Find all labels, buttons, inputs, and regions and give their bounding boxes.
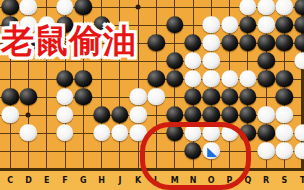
black-stone-Q8[interactable] [239,34,256,51]
white-stone-T3[interactable] [294,124,304,141]
black-stone-M9[interactable] [166,16,183,33]
coord-label-K: K [135,176,141,185]
black-stone-P4[interactable] [221,106,238,123]
white-stone-F4[interactable] [56,106,73,123]
white-stone-O8[interactable] [203,34,220,51]
black-stone-P8[interactable] [221,34,238,51]
black-stone-O5[interactable] [203,88,220,105]
coord-label-R: R [263,176,269,185]
white-stone-L5[interactable] [148,88,165,105]
black-stone-N5[interactable] [184,88,201,105]
black-stone-H4[interactable] [93,106,110,123]
coord-label-S: S [282,176,288,185]
black-stone-M6[interactable] [166,70,183,87]
black-stone-Q5[interactable] [239,88,256,105]
white-stone-O9[interactable] [203,16,220,33]
white-stone-O6[interactable] [203,70,220,87]
black-stone-S8[interactable] [276,34,293,51]
white-stone-R9[interactable] [257,16,274,33]
white-stone-S3[interactable] [276,124,293,141]
black-stone-R8[interactable] [257,34,274,51]
white-stone-P9[interactable] [221,16,238,33]
puzzle-title: 老鼠偷油 [1,19,137,64]
black-stone-N8[interactable] [184,34,201,51]
black-stone-G6[interactable] [75,70,92,87]
coord-label-E: E [44,176,49,185]
coord-label-T: T [300,176,304,185]
white-stone-J3[interactable] [111,124,128,141]
white-stone-T7[interactable] [294,52,304,69]
go-board-screenshot: CDEFGHJKLMNOPQRST 老鼠偷油 [0,0,304,190]
black-stone-T8[interactable] [294,34,304,51]
black-stone-T10[interactable] [294,0,304,16]
black-stone-L8[interactable] [148,34,165,51]
black-stone-R6[interactable] [257,70,274,87]
black-stone-R3[interactable] [257,124,274,141]
black-stone-Q9[interactable] [239,16,256,33]
white-stone-P6[interactable] [221,70,238,87]
white-stone-F5[interactable] [56,88,73,105]
coord-label-C: C [7,176,13,185]
black-stone-C5[interactable] [1,88,18,105]
white-stone-K4[interactable] [129,106,146,123]
coord-label-F: F [62,176,67,185]
white-stone-Q6[interactable] [239,70,256,87]
white-stone-S10[interactable] [276,0,293,16]
coord-label-J: J [118,176,121,185]
white-stone-O7[interactable] [203,52,220,69]
white-stone-R2[interactable] [257,142,274,159]
black-stone-L6[interactable] [148,70,165,87]
black-stone-G10[interactable] [75,0,92,16]
highlight-oval [140,122,251,190]
white-stone-S2[interactable] [276,142,293,159]
black-stone-S5[interactable] [276,88,293,105]
white-stone-F3[interactable] [56,124,73,141]
white-stone-D3[interactable] [20,124,37,141]
star-point-D4 [26,113,31,118]
black-stone-M7[interactable] [166,52,183,69]
white-stone-Q10[interactable] [239,0,256,16]
star-point-K10 [136,5,141,10]
black-stone-J4[interactable] [111,106,128,123]
black-stone-D5[interactable] [20,88,37,105]
black-stone-F6[interactable] [56,70,73,87]
white-stone-H3[interactable] [93,124,110,141]
white-stone-F10[interactable] [56,0,73,16]
white-stone-K5[interactable] [129,88,146,105]
black-stone-G5[interactable] [75,88,92,105]
coord-label-H: H [98,176,105,185]
white-stone-T2[interactable] [294,142,304,159]
black-stone-S6[interactable] [276,70,293,87]
coord-label-D: D [25,176,32,185]
white-stone-N7[interactable] [184,52,201,69]
black-stone-S9[interactable] [276,16,293,33]
grid-line-col-K [138,0,139,170]
white-stone-N6[interactable] [184,70,201,87]
white-stone-C4[interactable] [1,106,18,123]
white-stone-D10[interactable] [20,0,37,16]
white-stone-S4[interactable] [276,106,293,123]
white-stone-R4[interactable] [257,106,274,123]
black-stone-C10[interactable] [1,0,18,16]
black-stone-R7[interactable] [257,52,274,69]
black-stone-P5[interactable] [221,88,238,105]
white-stone-R10[interactable] [257,0,274,16]
black-stone-Q4[interactable] [239,106,256,123]
black-stone-T9[interactable] [294,16,304,33]
coord-label-G: G [80,176,87,185]
